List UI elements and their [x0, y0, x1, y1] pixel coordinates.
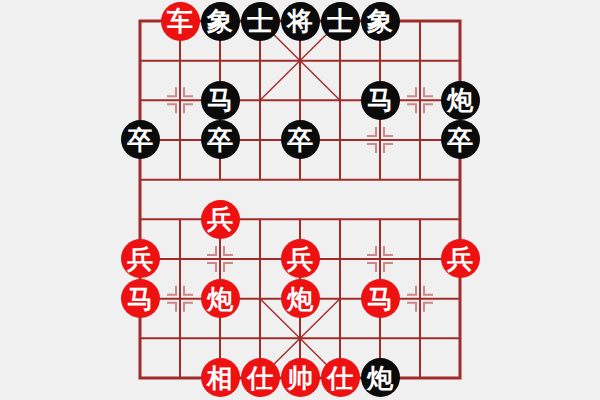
piece-black-soldier[interactable]: 卒: [121, 120, 160, 159]
piece-red-soldier[interactable]: 兵: [441, 239, 480, 278]
piece-red-cannon[interactable]: 炮: [201, 279, 240, 318]
piece-red-advisor[interactable]: 仕: [321, 358, 360, 397]
piece-black-cannon[interactable]: 炮: [441, 81, 480, 120]
piece-black-horse[interactable]: 马: [361, 81, 400, 120]
piece-red-soldier[interactable]: 兵: [281, 239, 320, 278]
xiangqi-board-diagram: 车象士将士象马马炮卒卒卒卒兵兵兵兵马炮炮马相仕帅仕炮: [0, 0, 600, 400]
piece-red-soldier[interactable]: 兵: [121, 239, 160, 278]
piece-red-soldier[interactable]: 兵: [201, 200, 240, 239]
piece-red-chariot[interactable]: 车: [161, 2, 200, 41]
piece-red-horse[interactable]: 马: [361, 279, 400, 318]
piece-black-advisor[interactable]: 士: [321, 2, 360, 41]
piece-black-cannon[interactable]: 炮: [361, 358, 400, 397]
piece-black-advisor[interactable]: 士: [241, 2, 280, 41]
piece-red-general[interactable]: 帅: [281, 358, 320, 397]
piece-black-elephant[interactable]: 象: [361, 2, 400, 41]
piece-black-soldier[interactable]: 卒: [201, 120, 240, 159]
piece-black-soldier[interactable]: 卒: [281, 120, 320, 159]
pieces-layer: 车象士将士象马马炮卒卒卒卒兵兵兵兵马炮炮马相仕帅仕炮: [120, 1, 480, 398]
piece-black-elephant[interactable]: 象: [201, 2, 240, 41]
piece-red-cannon[interactable]: 炮: [281, 279, 320, 318]
piece-red-horse[interactable]: 马: [121, 279, 160, 318]
piece-black-general[interactable]: 将: [281, 2, 320, 41]
piece-black-horse[interactable]: 马: [201, 81, 240, 120]
piece-red-elephant[interactable]: 相: [201, 358, 240, 397]
piece-red-advisor[interactable]: 仕: [241, 358, 280, 397]
piece-black-soldier[interactable]: 卒: [441, 120, 480, 159]
